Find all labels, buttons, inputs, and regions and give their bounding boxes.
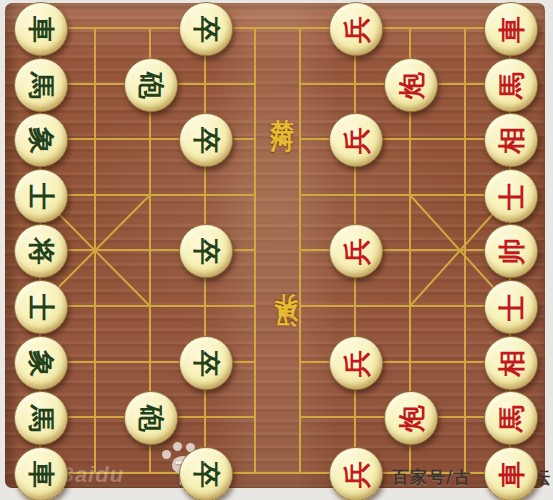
piece-black-elephant[interactable]: 象 <box>14 113 68 167</box>
piece-character: 卒 <box>193 127 220 154</box>
piece-character: 砲 <box>138 405 165 432</box>
piece-red-advisor[interactable]: 士 <box>484 169 538 223</box>
piece-character: 炮 <box>398 72 425 99</box>
piece-red-horse[interactable]: 馬 <box>484 391 538 445</box>
board-grid <box>0 0 553 500</box>
piece-character: 相 <box>498 127 525 154</box>
piece-character: 炮 <box>398 405 425 432</box>
piece-character: 車 <box>28 461 55 488</box>
piece-red-elephant[interactable]: 相 <box>484 336 538 390</box>
river-inscription-han-jie: 汉界 <box>270 326 298 346</box>
piece-red-chariot[interactable]: 車 <box>484 2 538 56</box>
piece-black-horse[interactable]: 馬 <box>14 58 68 112</box>
piece-character: 将 <box>28 238 55 265</box>
piece-red-soldier[interactable]: 兵 <box>329 224 383 278</box>
piece-character: 卒 <box>193 238 220 265</box>
xiangqi-photo: 楚河 汉界 Baidu 百科 百家号/古 坛 車馬象士将士象馬車砲砲卒卒卒卒卒兵… <box>0 0 553 500</box>
piece-character: 士 <box>498 183 525 210</box>
piece-character: 車 <box>498 16 525 43</box>
piece-character: 象 <box>28 127 55 154</box>
piece-black-soldier[interactable]: 卒 <box>179 224 233 278</box>
piece-red-cannon[interactable]: 炮 <box>384 391 438 445</box>
piece-black-soldier[interactable]: 卒 <box>179 336 233 390</box>
piece-character: 砲 <box>138 72 165 99</box>
piece-black-cannon[interactable]: 砲 <box>124 391 178 445</box>
piece-character: 士 <box>28 294 55 321</box>
piece-character: 車 <box>498 461 525 488</box>
piece-red-cannon[interactable]: 炮 <box>384 58 438 112</box>
piece-character: 卒 <box>193 16 220 43</box>
piece-character: 馬 <box>28 72 55 99</box>
piece-black-cannon[interactable]: 砲 <box>124 58 178 112</box>
piece-red-chariot[interactable]: 車 <box>484 447 538 500</box>
piece-black-soldier[interactable]: 卒 <box>179 113 233 167</box>
piece-red-advisor[interactable]: 士 <box>484 280 538 334</box>
piece-red-general[interactable]: 帅 <box>484 224 538 278</box>
baijiahao-watermark-left: 百家号/古 <box>392 466 471 489</box>
piece-black-chariot[interactable]: 車 <box>14 447 68 500</box>
piece-character: 兵 <box>343 461 370 488</box>
piece-red-soldier[interactable]: 兵 <box>329 2 383 56</box>
piece-character: 相 <box>498 350 525 377</box>
piece-character: 卒 <box>193 350 220 377</box>
piece-red-horse[interactable]: 馬 <box>484 58 538 112</box>
river-inscription-chu-he: 楚河 <box>270 100 298 120</box>
piece-black-general[interactable]: 将 <box>14 224 68 278</box>
piece-red-soldier[interactable]: 兵 <box>329 336 383 390</box>
piece-character: 馬 <box>498 72 525 99</box>
piece-character: 車 <box>28 16 55 43</box>
piece-black-horse[interactable]: 馬 <box>14 391 68 445</box>
piece-black-soldier[interactable]: 卒 <box>179 447 233 500</box>
piece-character: 象 <box>28 350 55 377</box>
piece-black-elephant[interactable]: 象 <box>14 336 68 390</box>
piece-character: 兵 <box>343 238 370 265</box>
piece-black-advisor[interactable]: 士 <box>14 169 68 223</box>
piece-character: 士 <box>498 294 525 321</box>
piece-red-soldier[interactable]: 兵 <box>329 113 383 167</box>
piece-red-elephant[interactable]: 相 <box>484 113 538 167</box>
piece-character: 帅 <box>498 238 525 265</box>
piece-character: 馬 <box>28 405 55 432</box>
piece-character: 士 <box>28 183 55 210</box>
piece-character: 卒 <box>193 461 220 488</box>
piece-character: 馬 <box>498 405 525 432</box>
piece-character: 兵 <box>343 127 370 154</box>
piece-black-chariot[interactable]: 車 <box>14 2 68 56</box>
piece-black-advisor[interactable]: 士 <box>14 280 68 334</box>
piece-red-soldier[interactable]: 兵 <box>329 447 383 500</box>
piece-character: 兵 <box>343 16 370 43</box>
piece-black-soldier[interactable]: 卒 <box>179 2 233 56</box>
piece-character: 兵 <box>343 350 370 377</box>
